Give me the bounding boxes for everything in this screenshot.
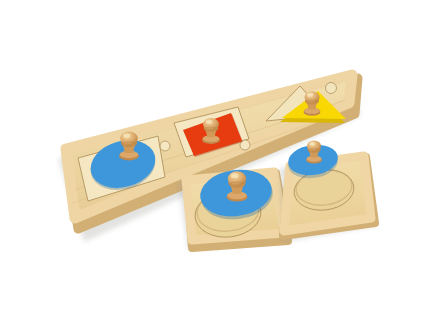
small-board-back [280,140,376,242]
circle-recess-finger-notch [160,141,170,151]
small-board-front [178,165,288,249]
product-photo [0,0,423,318]
triangle-recess-finger-notch [326,83,337,94]
puzzle-photo-canvas [0,0,423,318]
